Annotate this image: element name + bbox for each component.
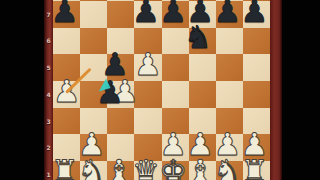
- square-h4[interactable]: [243, 81, 270, 108]
- square-g5[interactable]: [216, 54, 243, 81]
- white-bishop-f1[interactable]: ♝: [187, 158, 214, 180]
- rank-label-4: 4: [44, 91, 53, 98]
- square-a3[interactable]: [53, 108, 80, 135]
- black-pawn-d7[interactable]: ♟: [132, 0, 159, 25]
- square-g4[interactable]: [216, 81, 243, 108]
- white-knight-g1[interactable]: ♞: [214, 158, 241, 180]
- white-knight-b1[interactable]: ♞: [78, 158, 105, 180]
- letterbox-right: [282, 0, 320, 180]
- black-pawn-moving-c4[interactable]: ♟: [96, 79, 123, 106]
- black-pawn-h7[interactable]: ♟: [241, 0, 268, 25]
- black-knight-f6[interactable]: ♞: [185, 25, 212, 52]
- square-d3[interactable]: [134, 108, 161, 135]
- white-queen-d1[interactable]: ♛: [132, 158, 159, 180]
- white-rook-a1[interactable]: ♜: [51, 158, 78, 180]
- white-pawn-d5[interactable]: ♟: [134, 51, 161, 78]
- black-pawn-g7[interactable]: ♟: [214, 0, 241, 25]
- rank-label-3: 3: [44, 118, 53, 125]
- chess-board[interactable]: ♜♞♝♛♚♝♜♟♟♟♟♟♟♞♟♟♟♟♟♟♟♟♟♟♜♞♝♛♚♝♞♜: [53, 0, 270, 180]
- square-c7[interactable]: [107, 1, 134, 28]
- square-f4[interactable]: [189, 81, 216, 108]
- black-pawn-a7[interactable]: ♟: [51, 0, 78, 25]
- square-f5[interactable]: [189, 54, 216, 81]
- video-frame: ♜♞♝♛♚♝♜♟♟♟♟♟♟♞♟♟♟♟♟♟♟♟♟♟♜♞♝♛♚♝♞♜ 7654321: [0, 0, 320, 180]
- square-g6[interactable]: [216, 28, 243, 55]
- square-c3[interactable]: [107, 108, 134, 135]
- white-king-e1[interactable]: ♚: [160, 158, 187, 180]
- white-pawn-a4[interactable]: ♟: [53, 78, 80, 105]
- square-h5[interactable]: [243, 54, 270, 81]
- black-pawn-e7[interactable]: ♟: [160, 0, 187, 25]
- square-e4[interactable]: [162, 81, 189, 108]
- square-b7[interactable]: [80, 1, 107, 28]
- rank-label-1: 1: [44, 171, 53, 178]
- square-a6[interactable]: [53, 28, 80, 55]
- square-h6[interactable]: [243, 28, 270, 55]
- white-rook-h1[interactable]: ♜: [241, 158, 268, 180]
- rank-label-5: 5: [44, 64, 53, 71]
- rank-label-2: 2: [44, 144, 53, 151]
- rank-label-7: 7: [44, 11, 53, 18]
- white-bishop-c1[interactable]: ♝: [105, 158, 132, 180]
- square-e5[interactable]: [162, 54, 189, 81]
- rank-label-6: 6: [44, 37, 53, 44]
- letterbox-left: [0, 0, 44, 180]
- board-frame-right: [270, 0, 282, 180]
